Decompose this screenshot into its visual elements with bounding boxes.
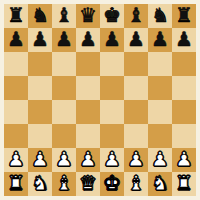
square-e3[interactable] <box>100 124 124 148</box>
square-h1[interactable]: ♜ <box>172 172 196 196</box>
square-g7[interactable]: ♟ <box>148 28 172 52</box>
square-c8[interactable]: ♝ <box>52 4 76 28</box>
white-pawn-piece: ♟ <box>79 148 97 171</box>
square-e1[interactable]: ♚ <box>100 172 124 196</box>
white-queen-piece: ♛ <box>79 172 97 195</box>
white-pawn-piece: ♟ <box>151 148 169 171</box>
square-g5[interactable] <box>148 76 172 100</box>
square-h5[interactable] <box>172 76 196 100</box>
square-f8[interactable]: ♝ <box>124 4 148 28</box>
black-pawn-piece: ♟ <box>103 28 121 51</box>
square-g6[interactable] <box>148 52 172 76</box>
black-pawn-piece: ♟ <box>79 28 97 51</box>
square-c4[interactable] <box>52 100 76 124</box>
square-a2[interactable]: ♟ <box>4 148 28 172</box>
square-a3[interactable] <box>4 124 28 148</box>
black-pawn-piece: ♟ <box>31 28 49 51</box>
square-e5[interactable] <box>100 76 124 100</box>
square-d8[interactable]: ♛ <box>76 4 100 28</box>
square-b3[interactable] <box>28 124 52 148</box>
square-f1[interactable]: ♝ <box>124 172 148 196</box>
square-b2[interactable]: ♟ <box>28 148 52 172</box>
square-g3[interactable] <box>148 124 172 148</box>
square-a4[interactable] <box>4 100 28 124</box>
square-f6[interactable] <box>124 52 148 76</box>
square-d4[interactable] <box>76 100 100 124</box>
square-d5[interactable] <box>76 76 100 100</box>
square-e4[interactable] <box>100 100 124 124</box>
white-pawn-piece: ♟ <box>7 148 25 171</box>
white-knight-piece: ♞ <box>31 172 49 195</box>
square-g4[interactable] <box>148 100 172 124</box>
square-c2[interactable]: ♟ <box>52 148 76 172</box>
black-pawn-piece: ♟ <box>175 28 193 51</box>
chess-board: ♜♞♝♛♚♝♞♜♟♟♟♟♟♟♟♟♟♟♟♟♟♟♟♟♜♞♝♛♚♝♞♜ <box>4 4 196 196</box>
square-b5[interactable] <box>28 76 52 100</box>
white-king-piece: ♚ <box>103 172 121 195</box>
black-pawn-piece: ♟ <box>7 28 25 51</box>
square-h3[interactable] <box>172 124 196 148</box>
square-b8[interactable]: ♞ <box>28 4 52 28</box>
white-pawn-piece: ♟ <box>103 148 121 171</box>
black-pawn-piece: ♟ <box>127 28 145 51</box>
square-h7[interactable]: ♟ <box>172 28 196 52</box>
square-e2[interactable]: ♟ <box>100 148 124 172</box>
square-c6[interactable] <box>52 52 76 76</box>
white-rook-piece: ♜ <box>7 172 25 195</box>
square-f2[interactable]: ♟ <box>124 148 148 172</box>
square-g2[interactable]: ♟ <box>148 148 172 172</box>
square-b4[interactable] <box>28 100 52 124</box>
white-pawn-piece: ♟ <box>127 148 145 171</box>
square-c1[interactable]: ♝ <box>52 172 76 196</box>
square-c3[interactable] <box>52 124 76 148</box>
square-f4[interactable] <box>124 100 148 124</box>
square-h2[interactable]: ♟ <box>172 148 196 172</box>
white-bishop-piece: ♝ <box>127 172 145 195</box>
square-b1[interactable]: ♞ <box>28 172 52 196</box>
square-d7[interactable]: ♟ <box>76 28 100 52</box>
square-h4[interactable] <box>172 100 196 124</box>
black-queen-piece: ♛ <box>79 4 97 27</box>
square-d2[interactable]: ♟ <box>76 148 100 172</box>
square-c7[interactable]: ♟ <box>52 28 76 52</box>
chess-app-screen: ♜♞♝♛♚♝♞♜♟♟♟♟♟♟♟♟♟♟♟♟♟♟♟♟♜♞♝♛♚♝♞♜ <box>0 0 200 200</box>
square-f5[interactable] <box>124 76 148 100</box>
square-c5[interactable] <box>52 76 76 100</box>
white-pawn-piece: ♟ <box>31 148 49 171</box>
square-a6[interactable] <box>4 52 28 76</box>
square-b6[interactable] <box>28 52 52 76</box>
black-knight-piece: ♞ <box>151 4 169 27</box>
white-bishop-piece: ♝ <box>55 172 73 195</box>
black-knight-piece: ♞ <box>31 4 49 27</box>
square-e7[interactable]: ♟ <box>100 28 124 52</box>
black-king-piece: ♚ <box>103 4 121 27</box>
square-f3[interactable] <box>124 124 148 148</box>
white-knight-piece: ♞ <box>151 172 169 195</box>
white-rook-piece: ♜ <box>175 172 193 195</box>
square-e6[interactable] <box>100 52 124 76</box>
square-h6[interactable] <box>172 52 196 76</box>
black-bishop-piece: ♝ <box>127 4 145 27</box>
square-a8[interactable]: ♜ <box>4 4 28 28</box>
square-f7[interactable]: ♟ <box>124 28 148 52</box>
white-pawn-piece: ♟ <box>55 148 73 171</box>
black-bishop-piece: ♝ <box>55 4 73 27</box>
black-pawn-piece: ♟ <box>151 28 169 51</box>
black-pawn-piece: ♟ <box>55 28 73 51</box>
black-rook-piece: ♜ <box>175 4 193 27</box>
square-b7[interactable]: ♟ <box>28 28 52 52</box>
square-e8[interactable]: ♚ <box>100 4 124 28</box>
square-g1[interactable]: ♞ <box>148 172 172 196</box>
square-a1[interactable]: ♜ <box>4 172 28 196</box>
square-d6[interactable] <box>76 52 100 76</box>
white-pawn-piece: ♟ <box>175 148 193 171</box>
square-g8[interactable]: ♞ <box>148 4 172 28</box>
square-h8[interactable]: ♜ <box>172 4 196 28</box>
square-a5[interactable] <box>4 76 28 100</box>
black-rook-piece: ♜ <box>7 4 25 27</box>
square-a7[interactable]: ♟ <box>4 28 28 52</box>
square-d3[interactable] <box>76 124 100 148</box>
square-d1[interactable]: ♛ <box>76 172 100 196</box>
